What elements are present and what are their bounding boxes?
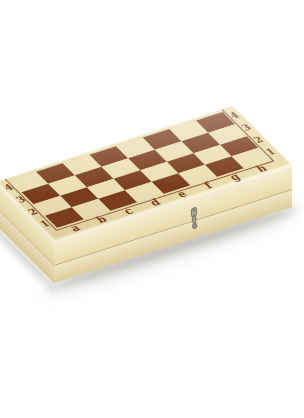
product-photo: 4321 4321 abcdefgh: [0, 0, 304, 418]
clasp-icon: [188, 204, 199, 236]
